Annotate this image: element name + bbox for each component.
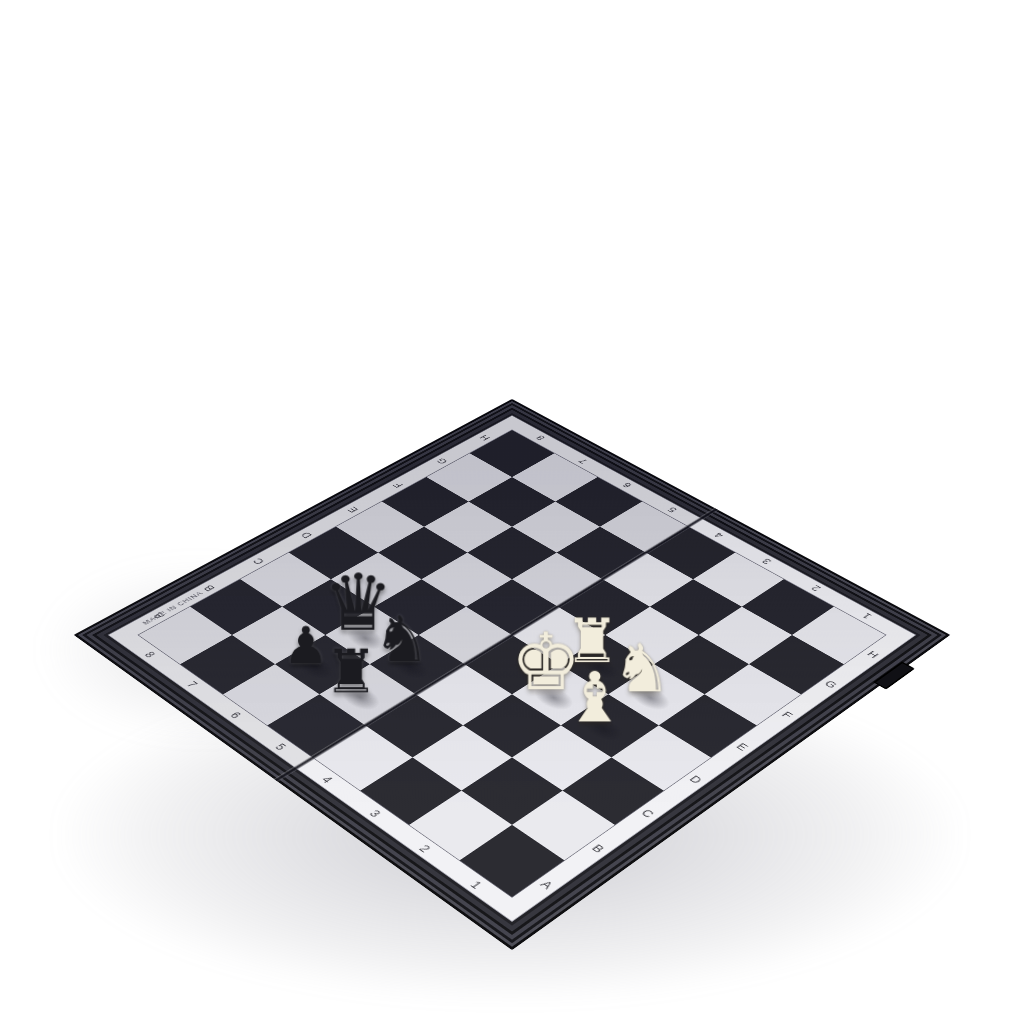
piece-white-bishop: ♝ (560, 663, 630, 733)
piece-black-rook: ♜ (317, 641, 385, 701)
product-photo-stage: 87654321 87654321 HGFEDCBA HGFEDCBA MADE… (0, 0, 1024, 1024)
